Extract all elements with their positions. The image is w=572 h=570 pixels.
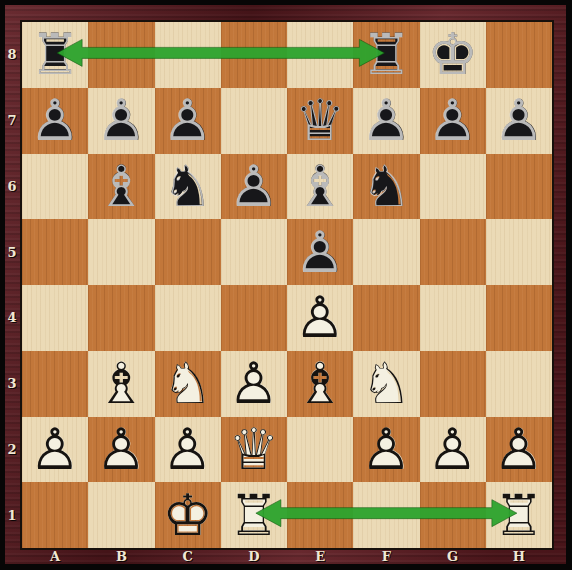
chess-diagram: ♜♖♜♖♚♔♟♙♟♙♟♙♛♕♟♙♟♙♟♙♝♗♞♘♟♙♝♗♞♘♟♙♟♙♝♗♞♘♟♙… [0, 0, 572, 570]
piece-detail-lines: ♘ [353, 154, 419, 220]
square-c3[interactable]: ♞♘ [155, 351, 221, 417]
square-b4[interactable] [88, 285, 154, 351]
square-c4[interactable] [155, 285, 221, 351]
square-e8[interactable] [287, 22, 353, 88]
piece-detail-lines: ♙ [155, 88, 221, 154]
piece-black-pawn: ♟ [155, 88, 221, 154]
piece-detail-lines: ♘ [155, 351, 221, 417]
square-b1[interactable] [88, 482, 154, 548]
square-e3[interactable]: ♝♗ [287, 351, 353, 417]
chess-board: ♜♖♜♖♚♔♟♙♟♙♟♙♛♕♟♙♟♙♟♙♝♗♞♘♟♙♝♗♞♘♟♙♟♙♝♗♞♘♟♙… [20, 20, 554, 550]
square-f5[interactable] [353, 219, 419, 285]
square-g2[interactable]: ♟♙ [420, 417, 486, 483]
square-h6[interactable] [486, 154, 552, 220]
square-d6[interactable]: ♟♙ [221, 154, 287, 220]
square-c5[interactable] [155, 219, 221, 285]
piece-white-queen: ♛ [221, 417, 287, 483]
piece-black-pawn: ♟ [486, 88, 552, 154]
square-h3[interactable] [486, 351, 552, 417]
piece-white-pawn: ♟ [155, 417, 221, 483]
piece-black-pawn: ♟ [88, 88, 154, 154]
piece-white-pawn: ♟ [287, 285, 353, 351]
piece-detail-lines: ♙ [88, 88, 154, 154]
square-a7[interactable]: ♟♙ [22, 88, 88, 154]
square-a5[interactable] [22, 219, 88, 285]
square-e5[interactable]: ♟♙ [287, 219, 353, 285]
piece-detail-lines: ♗ [88, 351, 154, 417]
piece-detail-lines: ♔ [420, 22, 486, 88]
square-g7[interactable]: ♟♙ [420, 88, 486, 154]
square-c7[interactable]: ♟♙ [155, 88, 221, 154]
piece-detail-lines: ♖ [221, 482, 287, 548]
square-e2[interactable] [287, 417, 353, 483]
piece-detail-lines: ♙ [22, 88, 88, 154]
piece-white-pawn: ♟ [221, 351, 287, 417]
piece-detail-lines: ♖ [353, 22, 419, 88]
square-b7[interactable]: ♟♙ [88, 88, 154, 154]
square-e7[interactable]: ♛♕ [287, 88, 353, 154]
piece-detail-lines: ♗ [88, 154, 154, 220]
piece-detail-lines: ♙ [287, 219, 353, 285]
piece-detail-lines: ♘ [155, 154, 221, 220]
square-d1[interactable]: ♜♖ [221, 482, 287, 548]
piece-detail-lines: ♗ [287, 351, 353, 417]
square-e4[interactable]: ♟♙ [287, 285, 353, 351]
square-c2[interactable]: ♟♙ [155, 417, 221, 483]
piece-detail-lines: ♙ [353, 88, 419, 154]
piece-black-pawn: ♟ [221, 154, 287, 220]
square-h4[interactable] [486, 285, 552, 351]
piece-detail-lines: ♙ [221, 154, 287, 220]
square-d5[interactable] [221, 219, 287, 285]
square-a8[interactable]: ♜♖ [22, 22, 88, 88]
piece-detail-lines: ♙ [221, 351, 287, 417]
square-f3[interactable]: ♞♘ [353, 351, 419, 417]
piece-detail-lines: ♖ [486, 482, 552, 548]
piece-black-pawn: ♟ [353, 88, 419, 154]
square-g4[interactable] [420, 285, 486, 351]
square-b3[interactable]: ♝♗ [88, 351, 154, 417]
square-f1[interactable] [353, 482, 419, 548]
square-b8[interactable] [88, 22, 154, 88]
piece-detail-lines: ♙ [22, 417, 88, 483]
piece-white-pawn: ♟ [353, 417, 419, 483]
piece-black-bishop: ♝ [88, 154, 154, 220]
piece-detail-lines: ♙ [486, 88, 552, 154]
square-e1[interactable] [287, 482, 353, 548]
square-a1[interactable] [22, 482, 88, 548]
square-e6[interactable]: ♝♗ [287, 154, 353, 220]
square-g8[interactable]: ♚♔ [420, 22, 486, 88]
piece-black-king: ♚ [420, 22, 486, 88]
piece-detail-lines: ♙ [420, 417, 486, 483]
square-a3[interactable] [22, 351, 88, 417]
square-g1[interactable] [420, 482, 486, 548]
square-c1[interactable]: ♚♔ [155, 482, 221, 548]
square-d4[interactable] [221, 285, 287, 351]
piece-detail-lines: ♔ [155, 482, 221, 548]
piece-white-king: ♚ [155, 482, 221, 548]
piece-white-pawn: ♟ [486, 417, 552, 483]
square-h1[interactable]: ♜♖ [486, 482, 552, 548]
square-f2[interactable]: ♟♙ [353, 417, 419, 483]
piece-white-bishop: ♝ [287, 351, 353, 417]
piece-white-pawn: ♟ [88, 417, 154, 483]
piece-white-knight: ♞ [155, 351, 221, 417]
piece-white-knight: ♞ [353, 351, 419, 417]
square-d8[interactable] [221, 22, 287, 88]
piece-black-queen: ♛ [287, 88, 353, 154]
piece-white-pawn: ♟ [420, 417, 486, 483]
square-c8[interactable] [155, 22, 221, 88]
piece-black-bishop: ♝ [287, 154, 353, 220]
square-h8[interactable] [486, 22, 552, 88]
piece-black-pawn: ♟ [287, 219, 353, 285]
piece-detail-lines: ♙ [420, 88, 486, 154]
square-h5[interactable] [486, 219, 552, 285]
piece-detail-lines: ♙ [155, 417, 221, 483]
square-d2[interactable]: ♛♕ [221, 417, 287, 483]
square-a6[interactable] [22, 154, 88, 220]
square-f8[interactable]: ♜♖ [353, 22, 419, 88]
piece-black-pawn: ♟ [22, 88, 88, 154]
piece-detail-lines: ♙ [88, 417, 154, 483]
piece-white-pawn: ♟ [22, 417, 88, 483]
piece-detail-lines: ♕ [287, 88, 353, 154]
square-f4[interactable] [353, 285, 419, 351]
piece-white-bishop: ♝ [88, 351, 154, 417]
square-b5[interactable] [88, 219, 154, 285]
piece-black-rook: ♜ [22, 22, 88, 88]
piece-detail-lines: ♕ [221, 417, 287, 483]
piece-detail-lines: ♖ [22, 22, 88, 88]
square-g5[interactable] [420, 219, 486, 285]
square-g6[interactable] [420, 154, 486, 220]
square-g3[interactable] [420, 351, 486, 417]
square-a4[interactable] [22, 285, 88, 351]
piece-white-rook: ♜ [486, 482, 552, 548]
piece-detail-lines: ♙ [486, 417, 552, 483]
piece-black-pawn: ♟ [420, 88, 486, 154]
square-a2[interactable]: ♟♙ [22, 417, 88, 483]
piece-black-rook: ♜ [353, 22, 419, 88]
square-d3[interactable]: ♟♙ [221, 351, 287, 417]
square-h7[interactable]: ♟♙ [486, 88, 552, 154]
piece-white-rook: ♜ [221, 482, 287, 548]
piece-black-knight: ♞ [353, 154, 419, 220]
piece-detail-lines: ♘ [353, 351, 419, 417]
piece-detail-lines: ♙ [287, 285, 353, 351]
square-c6[interactable]: ♞♘ [155, 154, 221, 220]
square-d7[interactable] [221, 88, 287, 154]
piece-detail-lines: ♗ [287, 154, 353, 220]
piece-detail-lines: ♙ [353, 417, 419, 483]
piece-black-knight: ♞ [155, 154, 221, 220]
square-b2[interactable]: ♟♙ [88, 417, 154, 483]
square-f7[interactable]: ♟♙ [353, 88, 419, 154]
square-f6[interactable]: ♞♘ [353, 154, 419, 220]
square-h2[interactable]: ♟♙ [486, 417, 552, 483]
square-b6[interactable]: ♝♗ [88, 154, 154, 220]
